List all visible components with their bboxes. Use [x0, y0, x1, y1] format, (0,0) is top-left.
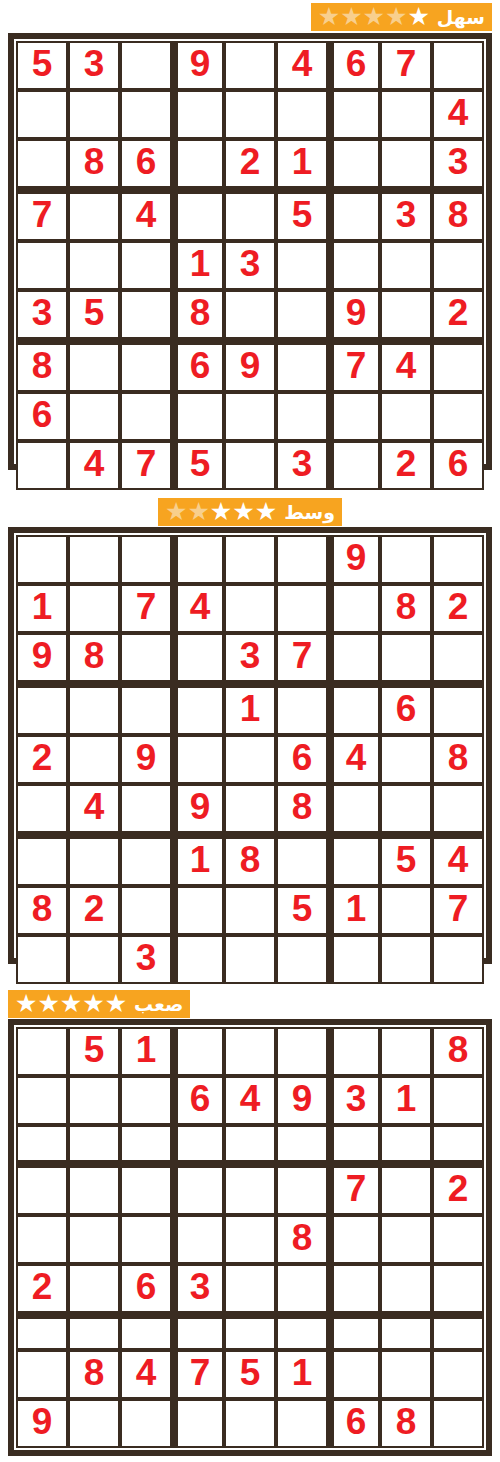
cell-r8c6: 1 — [276, 1350, 328, 1399]
cell-r2c7 — [328, 90, 380, 139]
cell-r2c2 — [68, 584, 120, 633]
cell-r3c1 — [16, 1125, 68, 1162]
cell-r7c5 — [224, 1313, 276, 1350]
puzzle-medium: ★★★★★ وسط 917482983716296484981854825173 — [0, 498, 500, 964]
cell-r4c9: 2 — [432, 1162, 484, 1215]
cell-r7c7 — [328, 833, 380, 886]
cell-r4c2 — [68, 188, 120, 241]
cell-r7c4: 6 — [172, 339, 224, 392]
cell-r4c2 — [68, 1162, 120, 1215]
cell-r4c8: 3 — [380, 188, 432, 241]
cell-r3c6: 7 — [276, 633, 328, 682]
sudoku-board-easy: 539467486213745381335892869746475326 — [8, 33, 492, 470]
cell-r9c9 — [432, 935, 484, 984]
cell-r6c3: 6 — [120, 1264, 172, 1313]
sudoku-sheet: ★★★★★ سهل 539467486213745381335892869746… — [0, 3, 500, 1456]
cell-r9c6 — [276, 935, 328, 984]
cell-r4c4 — [172, 188, 224, 241]
cell-r4c4 — [172, 1162, 224, 1215]
cell-r9c7 — [328, 935, 380, 984]
cell-r8c5 — [224, 392, 276, 441]
cell-r4c5 — [224, 188, 276, 241]
cell-r8c7: 1 — [328, 886, 380, 935]
star-filled-icon: ★ — [15, 990, 37, 1018]
cell-r2c1 — [16, 90, 68, 139]
cell-r4c3: 4 — [120, 188, 172, 241]
cell-r9c3: 7 — [120, 441, 172, 490]
cell-r5c9: 8 — [432, 735, 484, 784]
cell-r9c5 — [224, 935, 276, 984]
cell-r5c8 — [380, 241, 432, 290]
cell-r2c3 — [120, 90, 172, 139]
difficulty-label: صعب — [134, 990, 183, 1018]
cell-r5c2 — [68, 241, 120, 290]
cell-r6c1 — [16, 784, 68, 833]
cell-r5c4 — [172, 1215, 224, 1264]
cell-r7c9: 4 — [432, 833, 484, 886]
cell-r4c1 — [16, 1162, 68, 1215]
cell-r3c9 — [432, 1125, 484, 1162]
cell-r5c8 — [380, 735, 432, 784]
cell-r8c4: 7 — [172, 1350, 224, 1399]
cell-r1c6: 4 — [276, 41, 328, 90]
cell-r1c6 — [276, 1027, 328, 1076]
cell-r7c6 — [276, 1313, 328, 1350]
cell-r1c2 — [68, 535, 120, 584]
cell-r6c2: 5 — [68, 290, 120, 339]
cell-r7c3 — [120, 339, 172, 392]
cell-r8c7 — [328, 392, 380, 441]
cell-r5c3: 9 — [120, 735, 172, 784]
cell-r1c3 — [120, 535, 172, 584]
cell-r9c4 — [172, 1399, 224, 1448]
cell-r1c2: 5 — [68, 1027, 120, 1076]
banner-row-hard: ★★★★★ صعب — [0, 990, 500, 1018]
cell-r8c6: 5 — [276, 886, 328, 935]
cell-r3c2: 8 — [68, 633, 120, 682]
cell-r4c7 — [328, 188, 380, 241]
cell-r2c4 — [172, 90, 224, 139]
star-filled-icon: ★ — [210, 498, 232, 526]
cell-r3c9: 3 — [432, 139, 484, 188]
cell-r8c2: 2 — [68, 886, 120, 935]
cell-r8c2: 8 — [68, 1350, 120, 1399]
cell-r1c1 — [16, 535, 68, 584]
cell-r8c2 — [68, 392, 120, 441]
cell-r1c4 — [172, 535, 224, 584]
cell-r5c2 — [68, 1215, 120, 1264]
cell-r3c7 — [328, 633, 380, 682]
cell-r6c3 — [120, 784, 172, 833]
cell-r1c7: 6 — [328, 41, 380, 90]
cell-r2c1: 1 — [16, 584, 68, 633]
cell-r5c6: 8 — [276, 1215, 328, 1264]
cell-r1c1: 5 — [16, 41, 68, 90]
cell-r2c6 — [276, 90, 328, 139]
cell-r8c4 — [172, 392, 224, 441]
sudoku-board-hard: 5186493172826384751968 — [8, 1019, 492, 1456]
cell-r7c1 — [16, 1313, 68, 1350]
cell-r6c3 — [120, 290, 172, 339]
cell-r6c2 — [68, 1264, 120, 1313]
banner-row-medium: ★★★★★ وسط — [0, 498, 500, 526]
cell-r6c8 — [380, 784, 432, 833]
cell-r3c4 — [172, 633, 224, 682]
cell-r3c3: 6 — [120, 139, 172, 188]
cell-r6c4: 8 — [172, 290, 224, 339]
cell-r3c8 — [380, 139, 432, 188]
cell-r7c9 — [432, 1313, 484, 1350]
cell-r2c7: 3 — [328, 1076, 380, 1125]
cell-r4c4 — [172, 682, 224, 735]
cell-r7c4: 1 — [172, 833, 224, 886]
cell-r9c2 — [68, 1399, 120, 1448]
cell-r9c2: 4 — [68, 441, 120, 490]
cell-r5c1 — [16, 1215, 68, 1264]
cell-r5c1: 2 — [16, 735, 68, 784]
cell-r8c7 — [328, 1350, 380, 1399]
cell-r1c9 — [432, 535, 484, 584]
cell-r5c6: 6 — [276, 735, 328, 784]
cell-r1c5 — [224, 41, 276, 90]
cell-r3c4 — [172, 1125, 224, 1162]
cell-r4c9 — [432, 682, 484, 735]
cell-r5c9 — [432, 241, 484, 290]
cell-r3c3 — [120, 633, 172, 682]
cell-r6c6 — [276, 1264, 328, 1313]
cell-r6c7 — [328, 784, 380, 833]
cell-r5c7: 4 — [328, 735, 380, 784]
cell-r1c6 — [276, 535, 328, 584]
cell-r2c5 — [224, 90, 276, 139]
cell-r9c8: 2 — [380, 441, 432, 490]
difficulty-label: سهل — [437, 3, 485, 31]
cell-r8c8 — [380, 392, 432, 441]
cell-r4c3 — [120, 1162, 172, 1215]
cell-r6c9 — [432, 784, 484, 833]
cell-r4c2 — [68, 682, 120, 735]
cell-r6c5 — [224, 290, 276, 339]
cell-r2c4: 6 — [172, 1076, 224, 1125]
cell-r4c1: 7 — [16, 188, 68, 241]
cell-r8c8 — [380, 886, 432, 935]
cell-r8c3 — [120, 886, 172, 935]
cell-r4c8: 6 — [380, 682, 432, 735]
cell-r6c7: 9 — [328, 290, 380, 339]
cell-r1c1 — [16, 1027, 68, 1076]
star-empty-icon: ★ — [340, 3, 362, 31]
cell-r1c3 — [120, 41, 172, 90]
cell-r3c1 — [16, 139, 68, 188]
cell-r2c8: 1 — [380, 1076, 432, 1125]
difficulty-banner-hard: ★★★★★ صعب — [8, 990, 190, 1018]
cell-r9c1: 9 — [16, 1399, 68, 1448]
cell-r7c8: 4 — [380, 339, 432, 392]
puzzle-easy: ★★★★★ سهل 539467486213745381335892869746… — [0, 3, 500, 470]
puzzle-hard: ★★★★★ صعب 5186493172826384751968 — [0, 990, 500, 1456]
cell-r4c6: 5 — [276, 188, 328, 241]
cell-r9c3: 3 — [120, 935, 172, 984]
cell-r5c7 — [328, 241, 380, 290]
cell-r5c9 — [432, 1215, 484, 1264]
cell-r9c4: 5 — [172, 441, 224, 490]
cell-r6c8 — [380, 290, 432, 339]
cell-r9c5 — [224, 1399, 276, 1448]
cell-r3c7 — [328, 139, 380, 188]
cell-r1c5 — [224, 535, 276, 584]
difficulty-banner-medium: ★★★★★ وسط — [158, 498, 342, 526]
cell-r6c4: 3 — [172, 1264, 224, 1313]
cell-r9c9: 6 — [432, 441, 484, 490]
cell-r3c2: 8 — [68, 139, 120, 188]
cell-r1c5 — [224, 1027, 276, 1076]
cell-r1c4 — [172, 1027, 224, 1076]
difficulty-stars: ★★★★★ — [318, 3, 430, 31]
cell-r9c9 — [432, 1399, 484, 1448]
cell-r2c6 — [276, 584, 328, 633]
difficulty-label: وسط — [284, 498, 335, 526]
cell-r4c5 — [224, 1162, 276, 1215]
cell-r2c3: 7 — [120, 584, 172, 633]
cell-r5c3 — [120, 1215, 172, 1264]
cell-r7c5: 8 — [224, 833, 276, 886]
cell-r5c1 — [16, 241, 68, 290]
cell-r3c8 — [380, 633, 432, 682]
star-filled-icon: ★ — [407, 3, 429, 31]
cell-r9c7 — [328, 441, 380, 490]
cell-r1c8 — [380, 535, 432, 584]
cell-r3c6 — [276, 1125, 328, 1162]
star-empty-icon: ★ — [187, 498, 209, 526]
cell-r1c2: 3 — [68, 41, 120, 90]
cell-r3c2 — [68, 1125, 120, 1162]
cell-r8c8 — [380, 1350, 432, 1399]
cell-r2c5 — [224, 584, 276, 633]
cell-r2c2 — [68, 1076, 120, 1125]
cell-r7c1: 8 — [16, 339, 68, 392]
cell-r8c9 — [432, 392, 484, 441]
cell-r2c1 — [16, 1076, 68, 1125]
cell-r9c4 — [172, 935, 224, 984]
cell-r7c9 — [432, 339, 484, 392]
cell-r2c4: 4 — [172, 584, 224, 633]
cell-r3c4 — [172, 139, 224, 188]
cell-r8c4 — [172, 886, 224, 935]
cell-r3c5: 3 — [224, 633, 276, 682]
cell-r4c7 — [328, 682, 380, 735]
cell-r6c9: 2 — [432, 290, 484, 339]
cell-r2c9 — [432, 1076, 484, 1125]
star-empty-icon: ★ — [165, 498, 187, 526]
cell-r3c5: 2 — [224, 139, 276, 188]
star-empty-icon: ★ — [318, 3, 340, 31]
cell-r6c6: 8 — [276, 784, 328, 833]
cell-r1c3: 1 — [120, 1027, 172, 1076]
cell-r4c6 — [276, 682, 328, 735]
cell-r2c7 — [328, 584, 380, 633]
cell-r7c6 — [276, 833, 328, 886]
cell-r6c5 — [224, 784, 276, 833]
cell-r4c8 — [380, 1162, 432, 1215]
cell-r5c4: 1 — [172, 241, 224, 290]
difficulty-stars: ★★★★★ — [15, 990, 127, 1018]
cell-r6c8 — [380, 1264, 432, 1313]
cell-r3c3 — [120, 1125, 172, 1162]
star-filled-icon: ★ — [37, 990, 59, 1018]
star-filled-icon: ★ — [60, 990, 82, 1018]
star-filled-icon: ★ — [255, 498, 277, 526]
cell-r5c5 — [224, 1215, 276, 1264]
cell-r8c1: 8 — [16, 886, 68, 935]
cell-r9c1 — [16, 935, 68, 984]
cell-r1c9 — [432, 41, 484, 90]
cell-r7c2 — [68, 833, 120, 886]
cell-r7c6 — [276, 339, 328, 392]
cell-r6c4: 9 — [172, 784, 224, 833]
sudoku-board-medium: 917482983716296484981854825173 — [8, 527, 492, 964]
star-empty-icon: ★ — [363, 3, 385, 31]
cell-r9c3 — [120, 1399, 172, 1448]
cell-r2c9: 2 — [432, 584, 484, 633]
cell-r7c7 — [328, 1313, 380, 1350]
cell-r7c3 — [120, 1313, 172, 1350]
cell-r7c4 — [172, 1313, 224, 1350]
cell-r7c3 — [120, 833, 172, 886]
cell-r7c1 — [16, 833, 68, 886]
cell-r2c2 — [68, 90, 120, 139]
cell-r6c5 — [224, 1264, 276, 1313]
star-filled-icon: ★ — [105, 990, 127, 1018]
cell-r9c8: 8 — [380, 1399, 432, 1448]
cell-r6c1: 2 — [16, 1264, 68, 1313]
cell-r3c1: 9 — [16, 633, 68, 682]
cell-r7c8 — [380, 1313, 432, 1350]
cell-r5c8 — [380, 1215, 432, 1264]
difficulty-stars: ★★★★★ — [165, 498, 277, 526]
cell-r1c4: 9 — [172, 41, 224, 90]
cell-r4c6 — [276, 1162, 328, 1215]
cell-r4c3 — [120, 682, 172, 735]
cell-r8c6 — [276, 392, 328, 441]
cell-r9c5 — [224, 441, 276, 490]
cell-r3c7 — [328, 1125, 380, 1162]
cell-r9c2 — [68, 935, 120, 984]
cell-r9c1 — [16, 441, 68, 490]
cell-r9c7: 6 — [328, 1399, 380, 1448]
banner-row-easy: ★★★★★ سهل — [0, 3, 500, 31]
cell-r4c7: 7 — [328, 1162, 380, 1215]
cell-r7c2 — [68, 339, 120, 392]
star-filled-icon: ★ — [82, 990, 104, 1018]
cell-r3c5 — [224, 1125, 276, 1162]
cell-r1c8: 7 — [380, 41, 432, 90]
cell-r8c9 — [432, 1350, 484, 1399]
cell-r8c1: 6 — [16, 392, 68, 441]
cell-r6c7 — [328, 1264, 380, 1313]
cell-r1c8 — [380, 1027, 432, 1076]
cell-r1c9: 8 — [432, 1027, 484, 1076]
cell-r8c3: 4 — [120, 1350, 172, 1399]
cell-r5c3 — [120, 241, 172, 290]
cell-r8c9: 7 — [432, 886, 484, 935]
cell-r4c1 — [16, 682, 68, 735]
cell-r7c7: 7 — [328, 339, 380, 392]
cell-r7c2 — [68, 1313, 120, 1350]
cell-r8c5 — [224, 886, 276, 935]
cell-r3c8 — [380, 1125, 432, 1162]
cell-r7c8: 5 — [380, 833, 432, 886]
cell-r5c5: 3 — [224, 241, 276, 290]
cell-r5c2 — [68, 735, 120, 784]
cell-r4c5: 1 — [224, 682, 276, 735]
cell-r9c6: 3 — [276, 441, 328, 490]
cell-r1c7: 9 — [328, 535, 380, 584]
cell-r2c6: 9 — [276, 1076, 328, 1125]
cell-r6c9 — [432, 1264, 484, 1313]
cell-r5c5 — [224, 735, 276, 784]
cell-r2c9: 4 — [432, 90, 484, 139]
cell-r8c1 — [16, 1350, 68, 1399]
cell-r4c9: 8 — [432, 188, 484, 241]
cell-r9c6 — [276, 1399, 328, 1448]
star-filled-icon: ★ — [232, 498, 254, 526]
difficulty-banner-easy: ★★★★★ سهل — [311, 3, 492, 31]
cell-r5c6 — [276, 241, 328, 290]
cell-r3c9 — [432, 633, 484, 682]
cell-r6c2: 4 — [68, 784, 120, 833]
cell-r9c8 — [380, 935, 432, 984]
cell-r2c5: 4 — [224, 1076, 276, 1125]
cell-r5c7 — [328, 1215, 380, 1264]
cell-r8c5: 5 — [224, 1350, 276, 1399]
cell-r1c7 — [328, 1027, 380, 1076]
cell-r2c8: 8 — [380, 584, 432, 633]
cell-r6c6 — [276, 290, 328, 339]
cell-r8c3 — [120, 392, 172, 441]
cell-r2c3 — [120, 1076, 172, 1125]
cell-r7c5: 9 — [224, 339, 276, 392]
cell-r3c6: 1 — [276, 139, 328, 188]
star-empty-icon: ★ — [385, 3, 407, 31]
cell-r6c1: 3 — [16, 290, 68, 339]
cell-r5c4 — [172, 735, 224, 784]
cell-r2c8 — [380, 90, 432, 139]
